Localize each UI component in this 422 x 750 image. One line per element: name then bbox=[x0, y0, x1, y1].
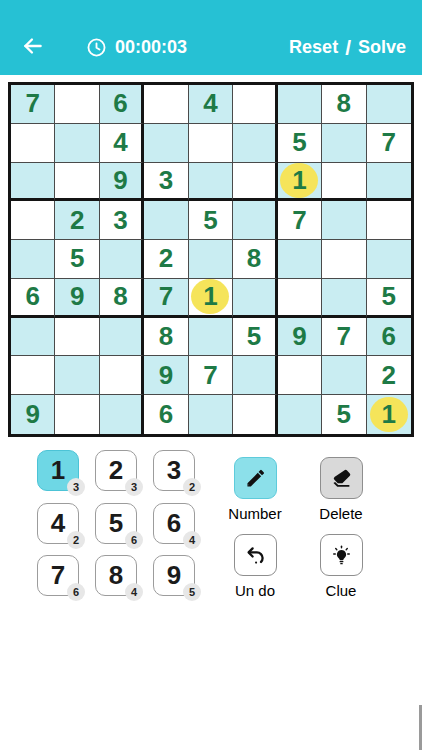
cell-r1c9[interactable] bbox=[367, 85, 411, 124]
cell-r5c3[interactable] bbox=[100, 240, 144, 279]
cell-r7c3[interactable] bbox=[100, 318, 144, 357]
cell-r1c7[interactable] bbox=[278, 85, 322, 124]
undo-label: Un do bbox=[235, 582, 275, 599]
given-digit: 7 bbox=[292, 205, 306, 236]
count-badge: 6 bbox=[125, 531, 143, 549]
given-digit: 5 bbox=[203, 205, 217, 236]
cell-r3c1[interactable] bbox=[11, 163, 55, 202]
cell-r3c3[interactable]: 9 bbox=[100, 163, 144, 202]
cell-r6c3[interactable]: 8 bbox=[100, 279, 144, 318]
cell-r4c2[interactable]: 2 bbox=[55, 201, 99, 240]
cell-r8c5[interactable]: 7 bbox=[189, 356, 233, 395]
numpad-button-3[interactable]: 32 bbox=[153, 450, 195, 491]
cell-r3c5[interactable] bbox=[189, 163, 233, 202]
given-digit: 6 bbox=[159, 399, 173, 430]
cell-r9c4[interactable]: 6 bbox=[144, 395, 188, 434]
undo-tool: Un do bbox=[222, 534, 288, 599]
numpad-digit: 9 bbox=[167, 560, 181, 591]
cell-r9c7[interactable] bbox=[278, 395, 322, 434]
given-digit: 6 bbox=[25, 281, 39, 312]
cell-r2c1[interactable] bbox=[11, 124, 55, 163]
cell-r2c4[interactable] bbox=[144, 124, 188, 163]
cell-r2c5[interactable] bbox=[189, 124, 233, 163]
numpad-digit: 7 bbox=[51, 560, 65, 591]
cell-r7c9[interactable]: 6 bbox=[367, 318, 411, 357]
clue-button[interactable] bbox=[320, 534, 363, 576]
given-digit: 9 bbox=[70, 281, 84, 312]
count-badge: 4 bbox=[183, 531, 201, 549]
cell-r9c3[interactable] bbox=[100, 395, 144, 434]
cell-r8c9[interactable]: 2 bbox=[367, 356, 411, 395]
given-digit: 7 bbox=[159, 281, 173, 312]
count-badge: 3 bbox=[67, 478, 85, 496]
cell-r7c1[interactable] bbox=[11, 318, 55, 357]
given-digit: 5 bbox=[292, 127, 306, 158]
given-digit: 8 bbox=[113, 281, 127, 312]
delete-label: Delete bbox=[319, 505, 362, 522]
cell-r4c6[interactable] bbox=[233, 201, 277, 240]
reset-button[interactable]: Reset bbox=[289, 37, 338, 58]
numpad-button-5[interactable]: 56 bbox=[95, 503, 137, 544]
highlighted-digit: 1 bbox=[370, 397, 408, 432]
cell-r7c2[interactable] bbox=[55, 318, 99, 357]
cell-r4c8[interactable] bbox=[322, 201, 366, 240]
cell-r1c8[interactable]: 8 bbox=[322, 85, 366, 124]
cell-r6c4[interactable]: 7 bbox=[144, 279, 188, 318]
delete-tool: Delete bbox=[308, 457, 374, 522]
cell-r3c7[interactable]: 1 bbox=[278, 163, 322, 202]
clue-label: Clue bbox=[326, 582, 357, 599]
numpad-digit: 3 bbox=[167, 455, 181, 486]
cell-r4c3[interactable]: 3 bbox=[100, 201, 144, 240]
cell-r6c1[interactable]: 6 bbox=[11, 279, 55, 318]
numpad-digit: 4 bbox=[51, 508, 65, 539]
given-digit: 2 bbox=[382, 360, 396, 391]
cell-r2c8[interactable] bbox=[322, 124, 366, 163]
count-badge: 2 bbox=[67, 531, 85, 549]
cell-r8c6[interactable] bbox=[233, 356, 277, 395]
back-arrow-icon bbox=[20, 33, 46, 63]
cell-r4c9[interactable] bbox=[367, 201, 411, 240]
cell-r5c8[interactable] bbox=[322, 240, 366, 279]
cell-r9c2[interactable] bbox=[55, 395, 99, 434]
cell-r5c4[interactable]: 2 bbox=[144, 240, 188, 279]
cell-r3c8[interactable] bbox=[322, 163, 366, 202]
number-button[interactable] bbox=[234, 457, 277, 499]
cell-r3c9[interactable] bbox=[367, 163, 411, 202]
given-digit: 7 bbox=[382, 127, 396, 158]
undo-icon bbox=[244, 544, 267, 567]
cell-r8c1[interactable] bbox=[11, 356, 55, 395]
cell-r8c7[interactable] bbox=[278, 356, 322, 395]
given-digit: 5 bbox=[247, 321, 261, 352]
numpad-digit: 8 bbox=[109, 560, 123, 591]
numpad-button-4[interactable]: 42 bbox=[37, 503, 79, 544]
cell-r2c6[interactable] bbox=[233, 124, 277, 163]
number-label: Number bbox=[228, 505, 281, 522]
slash-separator: / bbox=[345, 36, 351, 60]
cell-r7c8[interactable]: 7 bbox=[322, 318, 366, 357]
count-badge: 4 bbox=[125, 583, 143, 601]
given-digit: 6 bbox=[382, 321, 396, 352]
given-digit: 6 bbox=[113, 88, 127, 119]
pencil-icon bbox=[244, 467, 267, 490]
count-badge: 6 bbox=[67, 583, 85, 601]
cell-r8c2[interactable] bbox=[55, 356, 99, 395]
given-digit: 9 bbox=[113, 165, 127, 196]
highlighted-digit: 1 bbox=[280, 163, 318, 198]
count-badge: 2 bbox=[183, 478, 201, 496]
given-digit: 8 bbox=[247, 243, 261, 274]
cell-r1c5[interactable]: 4 bbox=[189, 85, 233, 124]
given-digit: 9 bbox=[25, 399, 39, 430]
cell-r3c6[interactable] bbox=[233, 163, 277, 202]
cell-r9c1[interactable]: 9 bbox=[11, 395, 55, 434]
app-screen: 00:00:03 Reset / Solve 76484579312357528… bbox=[0, 0, 422, 750]
cell-r6c9[interactable]: 5 bbox=[367, 279, 411, 318]
cell-r3c4[interactable]: 3 bbox=[144, 163, 188, 202]
given-digit: 5 bbox=[382, 281, 396, 312]
numpad-button-9[interactable]: 95 bbox=[153, 555, 195, 596]
cell-r6c7[interactable] bbox=[278, 279, 322, 318]
cell-r1c3[interactable]: 6 bbox=[100, 85, 144, 124]
cell-r5c2[interactable]: 5 bbox=[55, 240, 99, 279]
numpad-button-8[interactable]: 84 bbox=[95, 555, 137, 596]
cell-r1c2[interactable] bbox=[55, 85, 99, 124]
cell-r1c4[interactable] bbox=[144, 85, 188, 124]
given-digit: 7 bbox=[25, 88, 39, 119]
numpad-digit: 5 bbox=[109, 508, 123, 539]
numpad: 132332425664768495 bbox=[37, 450, 195, 599]
cell-r5c5[interactable] bbox=[189, 240, 233, 279]
cell-r4c5[interactable]: 5 bbox=[189, 201, 233, 240]
clock-icon bbox=[86, 37, 107, 58]
cell-r8c3[interactable] bbox=[100, 356, 144, 395]
numpad-button-6[interactable]: 64 bbox=[153, 503, 195, 544]
cell-r7c5[interactable] bbox=[189, 318, 233, 357]
back-button[interactable] bbox=[18, 33, 48, 63]
solve-button[interactable]: Solve bbox=[358, 37, 406, 58]
numpad-digit: 6 bbox=[167, 508, 181, 539]
number-tool: Number bbox=[222, 457, 288, 522]
clue-tool: Clue bbox=[308, 534, 374, 599]
header-actions: Reset / Solve bbox=[289, 36, 406, 60]
numpad-digit: 2 bbox=[109, 455, 123, 486]
cell-r6c5[interactable]: 1 bbox=[189, 279, 233, 318]
cell-r9c9[interactable]: 1 bbox=[367, 395, 411, 434]
tools-panel: NumberDeleteUn doClue bbox=[222, 457, 374, 599]
delete-button[interactable] bbox=[320, 457, 363, 499]
cell-r2c2[interactable] bbox=[55, 124, 99, 163]
cell-r6c6[interactable] bbox=[233, 279, 277, 318]
cell-r4c4[interactable] bbox=[144, 201, 188, 240]
given-digit: 3 bbox=[159, 165, 173, 196]
cell-r2c7[interactable]: 5 bbox=[278, 124, 322, 163]
numpad-digit: 1 bbox=[51, 455, 65, 486]
undo-button[interactable] bbox=[234, 534, 277, 576]
given-digit: 2 bbox=[70, 205, 84, 236]
cell-r6c8[interactable] bbox=[322, 279, 366, 318]
cell-r6c2[interactable]: 9 bbox=[55, 279, 99, 318]
cell-r2c3[interactable]: 4 bbox=[100, 124, 144, 163]
cell-r1c1[interactable]: 7 bbox=[11, 85, 55, 124]
given-digit: 8 bbox=[159, 321, 173, 352]
numpad-button-7[interactable]: 76 bbox=[37, 555, 79, 596]
given-digit: 4 bbox=[203, 88, 217, 119]
given-digit: 7 bbox=[203, 360, 217, 391]
highlighted-digit: 1 bbox=[191, 279, 229, 314]
cell-r5c9[interactable] bbox=[367, 240, 411, 279]
cell-r7c6[interactable]: 5 bbox=[233, 318, 277, 357]
given-digit: 8 bbox=[337, 88, 351, 119]
bulb-icon bbox=[330, 544, 353, 567]
count-badge: 5 bbox=[183, 583, 201, 601]
cell-r5c6[interactable]: 8 bbox=[233, 240, 277, 279]
timer-text: 00:00:03 bbox=[115, 37, 187, 58]
cell-r4c7[interactable]: 7 bbox=[278, 201, 322, 240]
bottom-panel: 132332425664768495 NumberDeleteUn doClue bbox=[0, 450, 422, 599]
sudoku-board: 76484579312357528698715859769729651 bbox=[8, 82, 414, 437]
given-digit: 9 bbox=[159, 360, 173, 391]
cell-r8c4[interactable]: 9 bbox=[144, 356, 188, 395]
given-digit: 2 bbox=[159, 243, 173, 274]
numpad-button-2[interactable]: 23 bbox=[95, 450, 137, 491]
given-digit: 3 bbox=[113, 205, 127, 236]
cell-r7c7[interactable]: 9 bbox=[278, 318, 322, 357]
app-header: 00:00:03 Reset / Solve bbox=[0, 0, 422, 75]
given-digit: 4 bbox=[113, 127, 127, 158]
cell-r2c9[interactable]: 7 bbox=[367, 124, 411, 163]
given-digit: 5 bbox=[337, 399, 351, 430]
numpad-button-1[interactable]: 13 bbox=[37, 450, 79, 491]
timer-group: 00:00:03 bbox=[86, 37, 187, 58]
cell-r9c6[interactable] bbox=[233, 395, 277, 434]
eraser-icon bbox=[330, 467, 353, 490]
cell-r9c8[interactable]: 5 bbox=[322, 395, 366, 434]
given-digit: 5 bbox=[70, 243, 84, 274]
cell-r1c6[interactable] bbox=[233, 85, 277, 124]
count-badge: 3 bbox=[125, 478, 143, 496]
given-digit: 7 bbox=[337, 321, 351, 352]
cell-r4c1[interactable] bbox=[11, 201, 55, 240]
cell-r8c8[interactable] bbox=[322, 356, 366, 395]
given-digit: 9 bbox=[292, 321, 306, 352]
cell-r5c1[interactable] bbox=[11, 240, 55, 279]
cell-r3c2[interactable] bbox=[55, 163, 99, 202]
cell-r7c4[interactable]: 8 bbox=[144, 318, 188, 357]
cell-r9c5[interactable] bbox=[189, 395, 233, 434]
cell-r5c7[interactable] bbox=[278, 240, 322, 279]
